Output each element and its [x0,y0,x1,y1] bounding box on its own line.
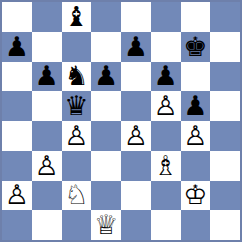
pawn-outline-glyph: ♙ [33,152,61,180]
black-pawn[interactable]: ♟ [122,33,150,61]
square-h8[interactable] [210,2,240,32]
square-d3[interactable] [91,151,121,181]
square-b2[interactable] [32,181,62,211]
bishop-outline-glyph: ♗ [152,152,180,180]
square-b4[interactable] [32,121,62,151]
square-h3[interactable] [210,151,240,181]
square-d8[interactable] [91,2,121,32]
square-b3[interactable]: ♟♙ [32,151,62,181]
square-f5[interactable]: ♟♙ [151,91,181,121]
white-king[interactable]: ♚♔ [181,181,209,209]
square-c3[interactable] [62,151,92,181]
square-f1[interactable] [151,210,181,240]
square-d5[interactable] [91,91,121,121]
square-g3[interactable] [181,151,211,181]
black-pawn[interactable]: ♟ [181,92,209,120]
square-g5[interactable]: ♟ [181,91,211,121]
square-f6[interactable]: ♟ [151,62,181,92]
square-f3[interactable]: ♝♗ [151,151,181,181]
square-c6[interactable]: ♞ [62,62,92,92]
square-e8[interactable] [121,2,151,32]
black-king[interactable]: ♚ [181,33,209,61]
white-pawn[interactable]: ♟♙ [152,92,180,120]
pawn-outline-glyph: ♙ [181,122,209,150]
square-c7[interactable] [62,32,92,62]
square-d1[interactable]: ♛♕ [91,210,121,240]
square-f7[interactable] [151,32,181,62]
square-g4[interactable]: ♟♙ [181,121,211,151]
square-f4[interactable] [151,121,181,151]
square-h4[interactable] [210,121,240,151]
pawn-outline-glyph: ♙ [152,92,180,120]
square-b8[interactable] [32,2,62,32]
black-pawn[interactable]: ♟ [92,62,120,90]
square-h6[interactable] [210,62,240,92]
square-g1[interactable] [181,210,211,240]
square-d4[interactable] [91,121,121,151]
pawn-outline-glyph: ♙ [122,122,150,150]
square-c1[interactable] [62,210,92,240]
square-b6[interactable]: ♟ [32,62,62,92]
black-knight[interactable]: ♞ [62,62,90,90]
square-a1[interactable] [2,210,32,240]
white-pawn[interactable]: ♟♙ [3,181,31,209]
black-pawn[interactable]: ♟ [33,62,61,90]
square-f2[interactable] [151,181,181,211]
square-g8[interactable] [181,2,211,32]
square-a6[interactable] [2,62,32,92]
square-g7[interactable]: ♚ [181,32,211,62]
queen-outline-glyph: ♕ [92,211,120,239]
pawn-outline-glyph: ♙ [62,122,90,150]
square-b5[interactable] [32,91,62,121]
square-c8[interactable]: ♝ [62,2,92,32]
square-e6[interactable] [121,62,151,92]
square-h5[interactable] [210,91,240,121]
square-e5[interactable] [121,91,151,121]
white-bishop[interactable]: ♝♗ [152,152,180,180]
square-d6[interactable]: ♟ [91,62,121,92]
square-h1[interactable] [210,210,240,240]
square-g2[interactable]: ♚♔ [181,181,211,211]
square-a3[interactable] [2,151,32,181]
square-c4[interactable]: ♟♙ [62,121,92,151]
black-bishop[interactable]: ♝ [62,3,90,31]
square-d7[interactable] [91,32,121,62]
square-b1[interactable] [32,210,62,240]
square-e4[interactable]: ♟♙ [121,121,151,151]
square-h7[interactable] [210,32,240,62]
square-a2[interactable]: ♟♙ [2,181,32,211]
black-queen[interactable]: ♛ [62,92,90,120]
square-a4[interactable] [2,121,32,151]
knight-outline-glyph: ♘ [62,181,90,209]
square-e7[interactable]: ♟ [121,32,151,62]
square-a5[interactable] [2,91,32,121]
square-e2[interactable] [121,181,151,211]
white-knight[interactable]: ♞♘ [62,181,90,209]
chess-board-frame: ♝♟♟♚♟♞♟♟♛♟♙♟♟♙♟♙♟♙♟♙♝♗♟♙♞♘♚♔♛♕ [0,0,242,242]
pawn-outline-glyph: ♙ [3,181,31,209]
square-c5[interactable]: ♛ [62,91,92,121]
square-b7[interactable] [32,32,62,62]
black-pawn[interactable]: ♟ [3,33,31,61]
square-a8[interactable] [2,2,32,32]
square-a7[interactable]: ♟ [2,32,32,62]
square-f8[interactable] [151,2,181,32]
king-outline-glyph: ♔ [181,181,209,209]
square-e3[interactable] [121,151,151,181]
chess-board: ♝♟♟♚♟♞♟♟♛♟♙♟♟♙♟♙♟♙♟♙♝♗♟♙♞♘♚♔♛♕ [2,2,240,240]
square-e1[interactable] [121,210,151,240]
square-g6[interactable] [181,62,211,92]
black-pawn[interactable]: ♟ [152,62,180,90]
square-c2[interactable]: ♞♘ [62,181,92,211]
white-pawn[interactable]: ♟♙ [181,122,209,150]
white-pawn[interactable]: ♟♙ [122,122,150,150]
square-h2[interactable] [210,181,240,211]
white-pawn[interactable]: ♟♙ [33,152,61,180]
white-pawn[interactable]: ♟♙ [62,122,90,150]
white-queen[interactable]: ♛♕ [92,211,120,239]
square-d2[interactable] [91,181,121,211]
